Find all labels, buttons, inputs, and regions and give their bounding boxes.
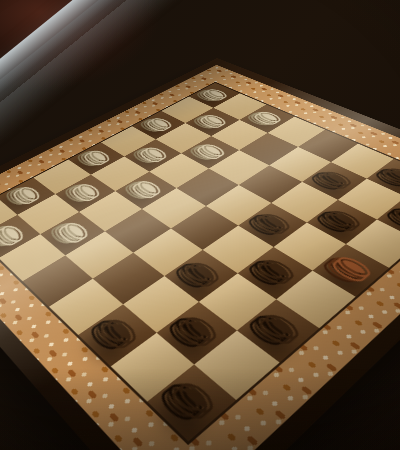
checkers-board[interactable]: ⛂⛂⛂⛂⛂⛂⛂⛂⛂⛂⛂⛂⛂⛂⛂⛂⛂⛂⛂⛂⛂⛂⛂⛂ xyxy=(0,58,400,450)
photo-stage: ⛂⛂⛂⛂⛂⛂⛂⛂⛂⛂⛂⛂⛂⛂⛂⛂⛂⛂⛂⛂⛂⛂⛂⛂ xyxy=(0,0,400,450)
